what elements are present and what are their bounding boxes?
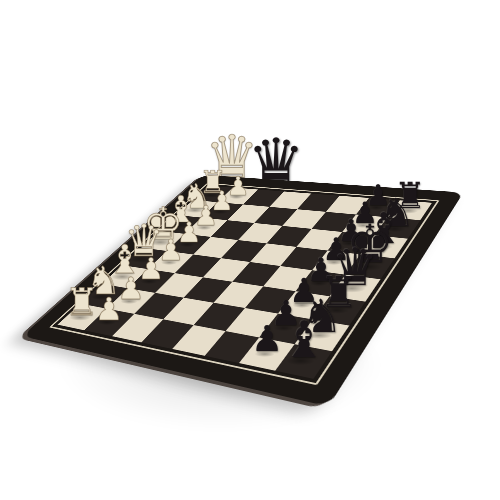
scene: ♛♛ ♜♟♟♜♞♟♟♞♝♟♟♝♚♟♟♚♛♟♟♛♝♟♟♜♞♟♟♞♜♟♟♝ [0, 0, 500, 500]
